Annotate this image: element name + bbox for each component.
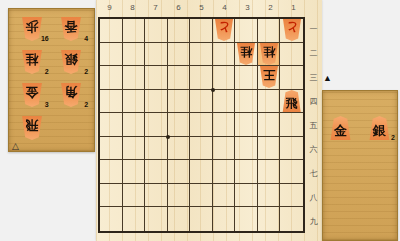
piece-count-knight-gote: 2 <box>45 68 49 75</box>
cell-4-6[interactable] <box>213 137 236 161</box>
rank-label-1: 一 <box>306 17 321 41</box>
board-piece-tokin[interactable]: と <box>282 19 302 41</box>
cell-8-2[interactable] <box>123 43 146 67</box>
cell-2-7[interactable] <box>258 160 281 184</box>
hand-piece-silver-gote[interactable]: 銀 <box>60 50 82 74</box>
cell-5-4[interactable] <box>190 90 213 114</box>
cell-2-1[interactable] <box>258 19 281 43</box>
file-labels: 987654321 <box>98 2 305 14</box>
cell-1-4[interactable]: 飛 <box>280 90 303 114</box>
piece-count-silver-sente: 2 <box>391 134 395 141</box>
piece-count-gold-gote: 3 <box>45 101 49 108</box>
cell-9-8[interactable] <box>100 184 123 208</box>
file-label-2: 2 <box>259 2 282 14</box>
file-label-1: 1 <box>282 2 305 14</box>
cell-9-9[interactable] <box>100 207 123 231</box>
cell-2-5[interactable] <box>258 113 281 137</box>
cell-3-9[interactable] <box>235 207 258 231</box>
file-label-3: 3 <box>236 2 259 14</box>
gote-hand-tray: △ 歩16香4桂2銀2金3角2飛 <box>8 8 95 152</box>
cell-2-4[interactable] <box>258 90 281 114</box>
cell-8-1[interactable] <box>123 19 146 43</box>
file-label-9: 9 <box>98 2 121 14</box>
piece-count-silver-gote: 2 <box>84 68 88 75</box>
cell-2-2[interactable]: 桂 <box>258 43 281 67</box>
hand-slot-silver-gote: 銀2 <box>52 47 90 80</box>
cell-5-9[interactable] <box>190 207 213 231</box>
board-piece-knight[interactable]: 桂 <box>236 43 256 65</box>
cell-6-1[interactable] <box>168 19 191 43</box>
hand-piece-gold-sente[interactable]: 金 <box>330 116 352 140</box>
piece-count-pawn-gote: 16 <box>41 35 49 42</box>
cell-7-8[interactable] <box>145 184 168 208</box>
cell-6-5[interactable] <box>168 113 191 137</box>
cell-9-2[interactable] <box>100 43 123 67</box>
cell-4-7[interactable] <box>213 160 236 184</box>
cell-3-8[interactable] <box>235 184 258 208</box>
rank-label-7: 七 <box>306 161 321 185</box>
cell-6-9[interactable] <box>168 207 191 231</box>
hand-slot-bishop-gote: 角2 <box>52 80 90 113</box>
cell-3-1[interactable] <box>235 19 258 43</box>
cell-8-6[interactable] <box>123 137 146 161</box>
hand-piece-pawn-gote[interactable]: 歩 <box>21 17 43 41</box>
cell-3-5[interactable] <box>235 113 258 137</box>
cell-1-2[interactable] <box>280 43 303 67</box>
cell-7-5[interactable] <box>145 113 168 137</box>
cell-4-1[interactable]: と <box>213 19 236 43</box>
cell-8-9[interactable] <box>123 207 146 231</box>
hand-slot-lance-gote: 香4 <box>52 14 90 47</box>
cell-9-1[interactable] <box>100 19 123 43</box>
cell-7-7[interactable] <box>145 160 168 184</box>
hand-piece-gold-gote[interactable]: 金 <box>21 83 43 107</box>
cell-9-7[interactable] <box>100 160 123 184</box>
piece-count-lance-gote: 4 <box>84 35 88 42</box>
cell-6-3[interactable] <box>168 66 191 90</box>
hand-piece-knight-gote[interactable]: 桂 <box>21 50 43 74</box>
file-label-4: 4 <box>213 2 236 14</box>
hand-slot-knight-gote: 桂2 <box>13 47 51 80</box>
cell-3-6[interactable] <box>235 137 258 161</box>
rank-label-2: 二 <box>306 41 321 65</box>
cell-7-9[interactable] <box>145 207 168 231</box>
cell-5-8[interactable] <box>190 184 213 208</box>
cell-3-4[interactable] <box>235 90 258 114</box>
cell-4-9[interactable] <box>213 207 236 231</box>
cell-7-2[interactable] <box>145 43 168 67</box>
cell-7-3[interactable] <box>145 66 168 90</box>
board-piece-rook[interactable]: 飛 <box>282 90 302 112</box>
cell-4-4[interactable] <box>213 90 236 114</box>
cell-2-9[interactable] <box>258 207 281 231</box>
cell-8-8[interactable] <box>123 184 146 208</box>
cell-6-8[interactable] <box>168 184 191 208</box>
rank-label-5: 五 <box>306 113 321 137</box>
hand-piece-lance-gote[interactable]: 香 <box>60 17 82 41</box>
cell-5-1[interactable] <box>190 19 213 43</box>
hand-piece-silver-sente[interactable]: 銀 <box>369 116 391 140</box>
cell-8-3[interactable] <box>123 66 146 90</box>
shogi-board-panel: 987654321 一二三四五六七八九 とと桂桂王飛 <box>96 0 322 241</box>
rank-labels: 一二三四五六七八九 <box>306 17 321 233</box>
rank-label-3: 三 <box>306 65 321 89</box>
cell-4-5[interactable] <box>213 113 236 137</box>
cell-6-2[interactable] <box>168 43 191 67</box>
cell-2-3[interactable]: 王 <box>258 66 281 90</box>
cell-5-3[interactable] <box>190 66 213 90</box>
cell-6-7[interactable] <box>168 160 191 184</box>
cell-3-7[interactable] <box>235 160 258 184</box>
shogi-board-grid: とと桂桂王飛 <box>98 17 305 233</box>
rank-label-6: 六 <box>306 137 321 161</box>
cell-5-7[interactable] <box>190 160 213 184</box>
cell-6-6[interactable] <box>168 137 191 161</box>
cell-3-2[interactable]: 桂 <box>235 43 258 67</box>
cell-1-8[interactable] <box>280 184 303 208</box>
board-piece-tokin[interactable]: と <box>214 19 234 41</box>
board-piece-king[interactable]: 王 <box>259 66 279 88</box>
hand-piece-bishop-gote[interactable]: 角 <box>60 83 82 107</box>
cell-9-5[interactable] <box>100 113 123 137</box>
cell-5-5[interactable] <box>190 113 213 137</box>
file-label-5: 5 <box>190 2 213 14</box>
cell-8-4[interactable] <box>123 90 146 114</box>
hand-slot-gold-sente: 金 <box>323 113 358 146</box>
cell-5-6[interactable] <box>190 137 213 161</box>
cell-4-2[interactable] <box>213 43 236 67</box>
cell-3-3[interactable] <box>235 66 258 90</box>
cell-9-6[interactable] <box>100 137 123 161</box>
cell-8-5[interactable] <box>123 113 146 137</box>
cell-9-3[interactable] <box>100 66 123 90</box>
cell-8-7[interactable] <box>123 160 146 184</box>
file-label-6: 6 <box>167 2 190 14</box>
cell-2-6[interactable] <box>258 137 281 161</box>
hand-slot-gold-gote: 金3 <box>13 80 51 113</box>
cell-1-5[interactable] <box>280 113 303 137</box>
rank-label-9: 九 <box>306 209 321 233</box>
hand-slot-silver-sente: 銀2 <box>362 113 397 146</box>
sente-marker: ▲ <box>323 73 332 83</box>
board-piece-knight[interactable]: 桂 <box>259 43 279 65</box>
piece-count-bishop-gote: 2 <box>84 101 88 108</box>
file-label-8: 8 <box>121 2 144 14</box>
cell-7-4[interactable] <box>145 90 168 114</box>
cell-1-9[interactable] <box>280 207 303 231</box>
cell-1-1[interactable]: と <box>280 19 303 43</box>
rank-label-8: 八 <box>306 185 321 209</box>
cell-7-6[interactable] <box>145 137 168 161</box>
cell-7-1[interactable] <box>145 19 168 43</box>
hand-slot-rook-gote: 飛 <box>13 113 51 146</box>
cell-1-7[interactable] <box>280 160 303 184</box>
cell-6-4[interactable] <box>168 90 191 114</box>
cell-1-3[interactable] <box>280 66 303 90</box>
file-label-7: 7 <box>144 2 167 14</box>
cell-5-2[interactable] <box>190 43 213 67</box>
cell-9-4[interactable] <box>100 90 123 114</box>
hand-slot-pawn-gote: 歩16 <box>13 14 51 47</box>
cell-4-8[interactable] <box>213 184 236 208</box>
rank-label-4: 四 <box>306 89 321 113</box>
cell-2-8[interactable] <box>258 184 281 208</box>
cell-1-6[interactable] <box>280 137 303 161</box>
sente-hand-tray: 金銀2 <box>322 90 398 241</box>
hand-piece-rook-gote[interactable]: 飛 <box>21 116 43 140</box>
cell-4-3[interactable] <box>213 66 236 90</box>
